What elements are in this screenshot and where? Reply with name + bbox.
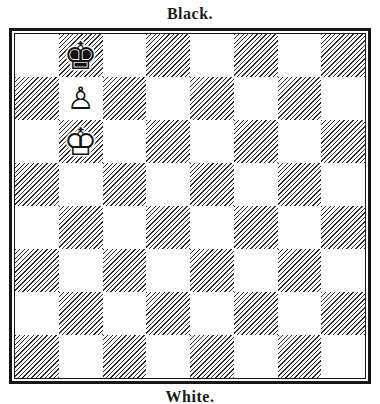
square-d4[interactable] — [146, 206, 190, 249]
square-e3[interactable] — [190, 249, 234, 292]
white-side-label: White. — [0, 384, 380, 404]
white-pawn-glyph: ♙ — [59, 77, 103, 120]
square-c6[interactable] — [103, 120, 147, 163]
square-b1[interactable] — [59, 335, 103, 378]
square-c1[interactable] — [103, 335, 147, 378]
square-b5[interactable] — [59, 163, 103, 206]
square-c8[interactable] — [103, 34, 147, 77]
square-c2[interactable] — [103, 292, 147, 335]
black-side-label: Black. — [0, 0, 380, 26]
square-h2[interactable] — [321, 292, 365, 335]
square-f8[interactable] — [234, 34, 278, 77]
square-b2[interactable] — [59, 292, 103, 335]
square-d5[interactable] — [146, 163, 190, 206]
square-a8[interactable] — [15, 34, 59, 77]
square-g5[interactable] — [278, 163, 322, 206]
square-c3[interactable] — [103, 249, 147, 292]
square-g4[interactable] — [278, 206, 322, 249]
square-a3[interactable] — [15, 249, 59, 292]
black-king[interactable]: ♚♚ — [59, 34, 103, 77]
white-king[interactable]: ♚♔ — [59, 120, 103, 163]
square-b3[interactable] — [59, 249, 103, 292]
square-b4[interactable] — [59, 206, 103, 249]
square-f6[interactable] — [234, 120, 278, 163]
square-d7[interactable] — [146, 77, 190, 120]
white-pawn[interactable]: ♟♙ — [59, 77, 103, 120]
square-h4[interactable] — [321, 206, 365, 249]
square-g2[interactable] — [278, 292, 322, 335]
board-inner-border: ♚♚♟♙♚♔ — [14, 33, 366, 379]
square-d1[interactable] — [146, 335, 190, 378]
square-g6[interactable] — [278, 120, 322, 163]
square-c7[interactable] — [103, 77, 147, 120]
square-e4[interactable] — [190, 206, 234, 249]
chess-diagram-page: Black. ♚♚♟♙♚♔ White. — [0, 0, 380, 404]
board-frame: ♚♚♟♙♚♔ — [9, 28, 371, 384]
square-b7[interactable]: ♟♙ — [59, 77, 103, 120]
square-a2[interactable] — [15, 292, 59, 335]
square-e2[interactable] — [190, 292, 234, 335]
white-king-glyph: ♔ — [59, 120, 103, 163]
chess-board: ♚♚♟♙♚♔ — [15, 34, 365, 378]
square-e6[interactable] — [190, 120, 234, 163]
square-h3[interactable] — [321, 249, 365, 292]
square-c4[interactable] — [103, 206, 147, 249]
square-e1[interactable] — [190, 335, 234, 378]
square-f1[interactable] — [234, 335, 278, 378]
square-a4[interactable] — [15, 206, 59, 249]
square-h6[interactable] — [321, 120, 365, 163]
square-c5[interactable] — [103, 163, 147, 206]
square-h7[interactable] — [321, 77, 365, 120]
square-f4[interactable] — [234, 206, 278, 249]
square-f3[interactable] — [234, 249, 278, 292]
square-h1[interactable] — [321, 335, 365, 378]
square-d6[interactable] — [146, 120, 190, 163]
square-d2[interactable] — [146, 292, 190, 335]
square-b6[interactable]: ♚♔ — [59, 120, 103, 163]
black-king-glyph: ♚ — [59, 34, 103, 77]
square-g7[interactable] — [278, 77, 322, 120]
square-b8[interactable]: ♚♚ — [59, 34, 103, 77]
square-h5[interactable] — [321, 163, 365, 206]
square-f5[interactable] — [234, 163, 278, 206]
square-e5[interactable] — [190, 163, 234, 206]
square-f2[interactable] — [234, 292, 278, 335]
square-d3[interactable] — [146, 249, 190, 292]
square-a5[interactable] — [15, 163, 59, 206]
square-a7[interactable] — [15, 77, 59, 120]
square-a6[interactable] — [15, 120, 59, 163]
square-e7[interactable] — [190, 77, 234, 120]
square-g3[interactable] — [278, 249, 322, 292]
square-a1[interactable] — [15, 335, 59, 378]
square-g1[interactable] — [278, 335, 322, 378]
square-f7[interactable] — [234, 77, 278, 120]
square-d8[interactable] — [146, 34, 190, 77]
square-g8[interactable] — [278, 34, 322, 77]
square-e8[interactable] — [190, 34, 234, 77]
square-h8[interactable] — [321, 34, 365, 77]
